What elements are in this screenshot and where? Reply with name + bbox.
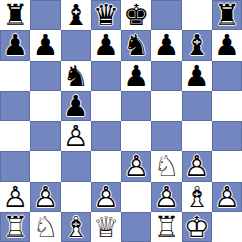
square-f4[interactable] <box>151 121 181 151</box>
piece-glyph-outline: ♕ <box>91 212 121 242</box>
white-rook[interactable]: ♜♖ <box>151 212 181 242</box>
piece-glyph-outline <box>30 30 60 60</box>
piece-glyph-fill: ♟ <box>121 61 151 91</box>
piece-glyph-fill: ♟ <box>151 182 181 212</box>
chess-board: ♜ ♝ ♛ ♚ ♜ ♟ ♟ ♟ ♞ ♟ ♝ ♟ ♞ ♟ ♟ ♟ ♟♙ ♟♙ ♞♘… <box>0 0 242 242</box>
black-bishop[interactable]: ♝ <box>182 30 212 60</box>
black-pawn[interactable]: ♟ <box>121 61 151 91</box>
piece-glyph-outline: ♗ <box>61 212 91 242</box>
square-e3[interactable]: ♟♙ <box>121 151 151 181</box>
black-bishop[interactable]: ♝ <box>61 0 91 30</box>
piece-glyph-outline <box>121 0 151 30</box>
black-pawn[interactable]: ♟ <box>61 91 91 121</box>
piece-glyph-outline: ♙ <box>151 182 181 212</box>
square-d2[interactable]: ♟♙ <box>91 182 121 212</box>
white-pawn[interactable]: ♟♙ <box>91 182 121 212</box>
piece-glyph-outline <box>121 61 151 91</box>
square-g2[interactable]: ♝♗ <box>182 182 212 212</box>
white-knight[interactable]: ♞♘ <box>30 212 60 242</box>
black-pawn[interactable]: ♟ <box>151 30 181 60</box>
piece-glyph-fill: ♟ <box>91 182 121 212</box>
black-queen[interactable]: ♛ <box>91 0 121 30</box>
square-g8[interactable] <box>182 0 212 30</box>
square-d6[interactable] <box>91 61 121 91</box>
square-b4[interactable] <box>30 121 60 151</box>
piece-glyph-fill: ♟ <box>91 30 121 60</box>
white-pawn[interactable]: ♟♙ <box>151 182 181 212</box>
piece-glyph-outline <box>182 30 212 60</box>
piece-glyph-fill: ♚ <box>121 0 151 30</box>
square-h2[interactable]: ♟♙ <box>212 182 242 212</box>
piece-glyph-outline <box>212 30 242 60</box>
square-c8[interactable]: ♝ <box>61 0 91 30</box>
white-pawn[interactable]: ♟♙ <box>182 151 212 181</box>
square-f7[interactable]: ♟ <box>151 30 181 60</box>
square-h4[interactable] <box>212 121 242 151</box>
square-c1[interactable]: ♝♗ <box>61 212 91 242</box>
piece-glyph-fill: ♞ <box>151 151 181 181</box>
square-e2[interactable] <box>121 182 151 212</box>
piece-glyph-outline: ♙ <box>0 182 30 212</box>
square-d8[interactable]: ♛ <box>91 0 121 30</box>
black-rook[interactable]: ♜ <box>212 0 242 30</box>
piece-glyph-fill: ♟ <box>212 30 242 60</box>
square-h6[interactable] <box>212 61 242 91</box>
square-a3[interactable] <box>0 151 30 181</box>
piece-glyph-outline: ♙ <box>121 151 151 181</box>
square-e4[interactable] <box>121 121 151 151</box>
piece-glyph-fill: ♟ <box>182 151 212 181</box>
piece-glyph-fill: ♟ <box>151 30 181 60</box>
square-b7[interactable]: ♟ <box>30 30 60 60</box>
piece-glyph-outline <box>91 30 121 60</box>
square-e6[interactable]: ♟ <box>121 61 151 91</box>
square-c5[interactable]: ♟ <box>61 91 91 121</box>
square-b2[interactable]: ♟♙ <box>30 182 60 212</box>
white-queen[interactable]: ♛♕ <box>91 212 121 242</box>
square-b8[interactable] <box>30 0 60 30</box>
square-c3[interactable] <box>61 151 91 181</box>
piece-glyph-outline <box>182 61 212 91</box>
square-d7[interactable]: ♟ <box>91 30 121 60</box>
piece-glyph-outline <box>61 91 91 121</box>
piece-glyph-fill: ♟ <box>30 30 60 60</box>
black-knight[interactable]: ♞ <box>61 61 91 91</box>
square-f5[interactable] <box>151 91 181 121</box>
square-b6[interactable] <box>30 61 60 91</box>
piece-glyph-outline <box>61 61 91 91</box>
piece-glyph-fill: ♟ <box>0 30 30 60</box>
white-pawn[interactable]: ♟♙ <box>30 182 60 212</box>
white-knight[interactable]: ♞♘ <box>151 151 181 181</box>
square-a4[interactable] <box>0 121 30 151</box>
white-rook[interactable]: ♜♖ <box>0 212 30 242</box>
white-pawn[interactable]: ♟♙ <box>0 182 30 212</box>
piece-glyph-outline: ♙ <box>30 182 60 212</box>
piece-glyph-fill: ♝ <box>182 182 212 212</box>
square-b3[interactable] <box>30 151 60 181</box>
black-pawn[interactable]: ♟ <box>182 61 212 91</box>
piece-glyph-fill: ♞ <box>30 212 60 242</box>
piece-glyph-outline: ♖ <box>0 212 30 242</box>
square-c2[interactable] <box>61 182 91 212</box>
square-f6[interactable] <box>151 61 181 91</box>
piece-glyph-outline: ♙ <box>91 182 121 212</box>
square-f3[interactable]: ♞♘ <box>151 151 181 181</box>
black-king[interactable]: ♚ <box>121 0 151 30</box>
square-h3[interactable] <box>212 151 242 181</box>
square-a7[interactable]: ♟ <box>0 30 30 60</box>
square-c4[interactable]: ♟♙ <box>61 121 91 151</box>
square-f8[interactable] <box>151 0 181 30</box>
square-d4[interactable] <box>91 121 121 151</box>
piece-glyph-outline: ♙ <box>212 182 242 212</box>
piece-glyph-fill: ♜ <box>0 0 30 30</box>
square-g6[interactable]: ♟ <box>182 61 212 91</box>
black-rook[interactable]: ♜ <box>0 0 30 30</box>
square-e1[interactable] <box>121 212 151 242</box>
square-e8[interactable]: ♚ <box>121 0 151 30</box>
square-d1[interactable]: ♛♕ <box>91 212 121 242</box>
square-g1[interactable]: ♚♔ <box>182 212 212 242</box>
square-c7[interactable] <box>61 30 91 60</box>
square-a5[interactable] <box>0 91 30 121</box>
piece-glyph-fill: ♟ <box>182 61 212 91</box>
piece-glyph-outline <box>0 0 30 30</box>
black-pawn[interactable]: ♟ <box>0 30 30 60</box>
square-c6[interactable]: ♞ <box>61 61 91 91</box>
square-a8[interactable]: ♜ <box>0 0 30 30</box>
piece-glyph-outline <box>61 0 91 30</box>
piece-glyph-fill: ♟ <box>212 182 242 212</box>
black-pawn[interactable]: ♟ <box>212 30 242 60</box>
piece-glyph-fill: ♟ <box>121 151 151 181</box>
piece-glyph-outline <box>91 0 121 30</box>
square-g7[interactable]: ♝ <box>182 30 212 60</box>
piece-glyph-fill: ♝ <box>182 30 212 60</box>
square-h8[interactable]: ♜ <box>212 0 242 30</box>
white-bishop[interactable]: ♝♗ <box>61 212 91 242</box>
square-a2[interactable]: ♟♙ <box>0 182 30 212</box>
piece-glyph-fill: ♜ <box>0 212 30 242</box>
black-knight[interactable]: ♞ <box>121 30 151 60</box>
square-d5[interactable] <box>91 91 121 121</box>
square-a1[interactable]: ♜♖ <box>0 212 30 242</box>
piece-glyph-fill: ♜ <box>151 212 181 242</box>
piece-glyph-outline: ♘ <box>30 212 60 242</box>
square-h1[interactable] <box>212 212 242 242</box>
piece-glyph-outline: ♘ <box>151 151 181 181</box>
piece-glyph-fill: ♟ <box>30 182 60 212</box>
square-g5[interactable] <box>182 91 212 121</box>
piece-glyph-outline <box>0 30 30 60</box>
white-pawn[interactable]: ♟♙ <box>212 182 242 212</box>
square-g4[interactable] <box>182 121 212 151</box>
piece-glyph-outline <box>212 0 242 30</box>
piece-glyph-outline <box>121 30 151 60</box>
piece-glyph-outline <box>151 30 181 60</box>
piece-glyph-fill: ♛ <box>91 212 121 242</box>
piece-glyph-fill: ♚ <box>182 212 212 242</box>
black-pawn[interactable]: ♟ <box>30 30 60 60</box>
black-pawn[interactable]: ♟ <box>91 30 121 60</box>
square-a6[interactable] <box>0 61 30 91</box>
piece-glyph-fill: ♛ <box>91 0 121 30</box>
piece-glyph-outline: ♙ <box>61 121 91 151</box>
piece-glyph-fill: ♜ <box>212 0 242 30</box>
piece-glyph-outline: ♗ <box>182 182 212 212</box>
piece-glyph-fill: ♝ <box>61 212 91 242</box>
white-bishop[interactable]: ♝♗ <box>182 182 212 212</box>
square-d3[interactable] <box>91 151 121 181</box>
piece-glyph-outline: ♔ <box>182 212 212 242</box>
square-e5[interactable] <box>121 91 151 121</box>
white-king[interactable]: ♚♔ <box>182 212 212 242</box>
piece-glyph-fill: ♟ <box>61 121 91 151</box>
square-f2[interactable]: ♟♙ <box>151 182 181 212</box>
square-g3[interactable]: ♟♙ <box>182 151 212 181</box>
piece-glyph-fill: ♟ <box>61 91 91 121</box>
piece-glyph-fill: ♞ <box>61 61 91 91</box>
square-h5[interactable] <box>212 91 242 121</box>
square-b1[interactable]: ♞♘ <box>30 212 60 242</box>
piece-glyph-outline: ♖ <box>151 212 181 242</box>
piece-glyph-fill: ♞ <box>121 30 151 60</box>
square-b5[interactable] <box>30 91 60 121</box>
piece-glyph-fill: ♝ <box>61 0 91 30</box>
square-f1[interactable]: ♜♖ <box>151 212 181 242</box>
square-h7[interactable]: ♟ <box>212 30 242 60</box>
square-e7[interactable]: ♞ <box>121 30 151 60</box>
piece-glyph-fill: ♟ <box>0 182 30 212</box>
white-pawn[interactable]: ♟♙ <box>121 151 151 181</box>
white-pawn[interactable]: ♟♙ <box>61 121 91 151</box>
piece-glyph-outline: ♙ <box>182 151 212 181</box>
